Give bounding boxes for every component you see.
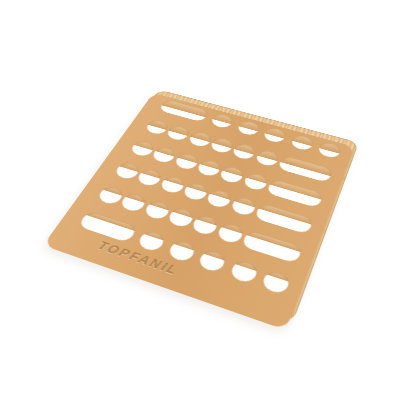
trivet-hole-cutout [262,126,288,144]
trivet-hole-cutout [229,196,258,218]
trivet-hole-cutout [142,199,172,221]
trivet-slot-cutout [241,230,304,264]
trivet-hole-cutout [173,152,201,171]
trivet-hole-cutout [210,112,236,129]
trivet-hole-cutout [190,214,220,237]
product-photo-canvas: TOPFANIL [0,0,400,400]
trivet-hole-cutout [236,119,262,136]
trivet-hole-cutout [195,158,223,177]
trivet-hole-cutout [166,239,197,263]
trivet-hole-cutout [228,259,259,285]
trivet-hole-cutout [166,207,196,229]
trivet-hole-cutout [197,249,228,274]
trivet-hole-cutout [215,222,245,245]
trivet-hole-cutout [165,124,191,142]
trivet-hole-cutout [218,165,246,185]
trivet-hole-cutout [209,136,236,154]
trivet-hole-cutout [187,130,214,148]
trivet-slot-cutout [158,99,210,123]
trivet-hole-cutout [136,229,167,253]
trivet-hole-cutout [289,133,315,151]
trivet-hole-grid [77,99,342,295]
trivet-slot-cutout [254,203,314,235]
trivet-slot-cutout [77,210,138,243]
trivet-hole-cutout [205,188,234,209]
trivet-hole-cutout [317,141,343,159]
trivet-hole-cutout [260,269,291,295]
trivet-hole-cutout [231,142,258,161]
trivet-hole-cutout [242,171,270,191]
trivet-hole-cutout [135,168,164,188]
trivet-hole-cutout [158,175,187,195]
trivet-hole-cutout [119,192,149,213]
trivet-hole-cutout [181,181,210,202]
trivet-slot-cutout [266,178,324,208]
bamboo-trivet: TOPFANIL [50,89,359,323]
trivet-slot-cutout [277,155,333,183]
trivet-hole-cutout [151,145,179,164]
trivet-hole-cutout [254,148,281,167]
